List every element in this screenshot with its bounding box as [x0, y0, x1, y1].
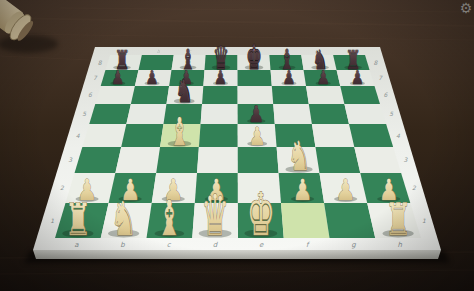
piece-white-pawn-g2[interactable]: ♟: [334, 173, 357, 207]
black-king-icon: ♚: [246, 37, 262, 76]
black-pawn-icon: ♟: [317, 66, 330, 88]
white-bishop-icon: ♝: [157, 189, 183, 245]
black-knight-icon: ♞: [175, 74, 193, 110]
piece-white-knight-b1[interactable]: ♞: [108, 192, 139, 245]
piece-white-queen-d1[interactable]: ♛: [199, 181, 232, 248]
piece-black-pawn-h7[interactable]: ♟: [350, 66, 365, 88]
white-pawn-icon: ♟: [336, 173, 356, 207]
square-a4[interactable]: [82, 124, 126, 147]
white-pawn-icon: ♟: [249, 121, 266, 150]
square-g1[interactable]: [324, 203, 375, 238]
piece-white-pawn-e4[interactable]: ♟: [247, 121, 267, 150]
piece-white-king-e1[interactable]: ♚: [244, 179, 277, 248]
game-scene: ⚙ aabbccddeeffgghh8877665544332211 ♜♝♛♚♝…: [0, 0, 474, 291]
square-d4[interactable]: [199, 124, 238, 147]
piece-white-rook-a1[interactable]: ♜: [62, 193, 93, 245]
square-b5[interactable]: [126, 104, 166, 124]
piece-white-rook-h1[interactable]: ♜: [383, 193, 414, 245]
piece-white-bishop-c1[interactable]: ♝: [155, 189, 185, 245]
white-knight-icon: ♞: [110, 192, 137, 245]
piece-white-bishop-c4[interactable]: ♝: [168, 108, 192, 153]
rank-label-left-1: 1: [50, 217, 54, 224]
square-e3[interactable]: [238, 147, 279, 173]
settings-gear-icon[interactable]: ⚙: [460, 0, 473, 16]
square-g5[interactable]: [309, 104, 349, 124]
square-h5[interactable]: [344, 104, 386, 124]
rank-label-right-1: 1: [422, 217, 426, 224]
square-h4[interactable]: [349, 124, 393, 147]
rank-label-left-4: 4: [76, 132, 80, 139]
piece-black-king-e8[interactable]: ♚: [245, 37, 264, 76]
square-a3[interactable]: [75, 147, 122, 173]
square-d5[interactable]: [201, 104, 238, 124]
white-king-icon: ♚: [247, 179, 275, 248]
black-pawn-icon: ♟: [214, 66, 227, 88]
square-a5[interactable]: [89, 104, 131, 124]
square-d3[interactable]: [197, 147, 238, 173]
piece-black-pawn-f7[interactable]: ♟: [281, 66, 296, 88]
piece-black-pawn-b7[interactable]: ♟: [145, 66, 160, 88]
piece-white-pawn-f2[interactable]: ♟: [291, 173, 314, 207]
square-b3[interactable]: [115, 147, 160, 173]
white-rook-icon: ♜: [385, 193, 412, 245]
rank-label-right-4: 4: [396, 132, 400, 139]
square-g3[interactable]: [315, 147, 360, 173]
square-f5[interactable]: [273, 104, 312, 124]
piece-black-pawn-g7[interactable]: ♟: [316, 66, 331, 88]
piece-black-knight-c6[interactable]: ♞: [174, 74, 195, 110]
black-pawn-icon: ♟: [351, 66, 364, 88]
white-rook-icon: ♜: [64, 193, 91, 245]
black-pawn-icon: ♟: [111, 66, 124, 88]
piece-black-pawn-a7[interactable]: ♟: [110, 66, 125, 88]
square-g4[interactable]: [312, 124, 354, 147]
chess-app-screen: ⚙ aabbccddeeffgghh8877665544332211 ♜♝♛♚♝…: [0, 0, 474, 291]
board-front-edge: [33, 250, 441, 259]
square-b4[interactable]: [121, 124, 163, 147]
white-bishop-icon: ♝: [169, 108, 189, 153]
piece-black-pawn-d7[interactable]: ♟: [213, 66, 228, 88]
black-pawn-icon: ♟: [146, 66, 159, 88]
square-h3[interactable]: [354, 147, 401, 173]
white-queen-icon: ♛: [201, 181, 229, 248]
square-f1[interactable]: [281, 203, 329, 238]
black-pawn-icon: ♟: [282, 66, 295, 88]
white-pawn-icon: ♟: [293, 173, 313, 207]
file-label-g: g: [351, 241, 356, 249]
